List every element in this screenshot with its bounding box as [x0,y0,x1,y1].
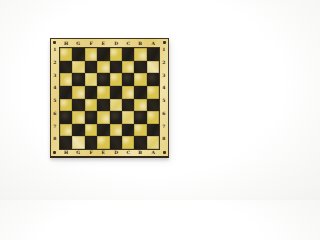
square-c1 [122,48,134,61]
square-d7 [110,124,122,137]
square-a5 [147,99,159,112]
frame-corner-mark [163,41,166,44]
square-c5 [122,99,134,112]
rank-label-4: 4 [53,86,56,97]
rank-label-2: 2 [53,60,56,71]
square-d1 [110,48,122,61]
file-label-h: H [61,150,72,155]
square-h7 [60,124,72,137]
square-b7 [134,124,146,137]
file-label-e: E [98,150,109,155]
square-a4 [147,86,159,99]
square-d8 [110,136,122,149]
square-f1 [85,48,97,61]
file-label-f: F [85,41,96,46]
rank-label-8: 8 [53,137,56,148]
square-e6 [97,111,109,124]
square-h6 [60,111,72,124]
file-label-g: G [73,150,84,155]
square-d6 [110,111,122,124]
rank-label-5: 5 [53,99,56,110]
square-c8 [122,136,134,149]
square-d4 [110,86,122,99]
frame-corner-mark [53,151,56,154]
rank-label-3: 3 [53,73,56,84]
square-e5 [97,99,109,112]
square-f4 [85,86,97,99]
square-g7 [72,124,84,137]
square-f3 [85,73,97,86]
rank-label-8: 8 [162,137,165,148]
square-b1 [134,48,146,61]
file-label-a: A [147,150,158,155]
rank-label-6: 6 [53,111,56,122]
file-label-a: A [147,41,158,46]
square-e1 [97,48,109,61]
square-b6 [134,111,146,124]
square-d5 [110,99,122,112]
rank-label-4: 4 [162,86,165,97]
square-b2 [134,61,146,74]
square-h4 [60,86,72,99]
square-g8 [72,136,84,149]
rank-label-3: 3 [162,73,165,84]
square-c3 [122,73,134,86]
rank-label-5: 5 [162,99,165,110]
square-h3 [60,73,72,86]
square-b8 [134,136,146,149]
file-label-c: C [122,41,133,46]
file-label-b: B [135,41,146,46]
file-label-g: G [73,41,84,46]
rank-label-7: 7 [162,124,165,135]
square-a1 [147,48,159,61]
file-label-f: F [85,150,96,155]
square-g2 [72,61,84,74]
square-f8 [85,136,97,149]
rank-label-2: 2 [162,60,165,71]
square-h2 [60,61,72,74]
square-g5 [72,99,84,112]
rank-label-1: 1 [162,48,165,59]
square-h5 [60,99,72,112]
file-label-d: D [110,150,121,155]
square-d2 [110,61,122,74]
rank-label-1: 1 [53,48,56,59]
square-c7 [122,124,134,137]
file-labels-bottom: HGFEDCBA [60,149,159,156]
rank-label-7: 7 [53,124,56,135]
square-b3 [134,73,146,86]
square-b4 [134,86,146,99]
file-label-e: E [98,41,109,46]
square-e7 [97,124,109,137]
file-label-c: C [122,150,133,155]
square-d3 [110,73,122,86]
square-f5 [85,99,97,112]
frame-corner-mark [163,151,166,154]
frame-corner-mark [53,41,56,44]
square-a3 [147,73,159,86]
square-f7 [85,124,97,137]
chess-board: HGFEDCBA HGFEDCBA 12345678 12345678 [50,38,169,158]
file-label-d: D [110,41,121,46]
square-a8 [147,136,159,149]
board-grid [59,47,160,150]
file-label-h: H [61,41,72,46]
rank-label-6: 6 [162,111,165,122]
square-c6 [122,111,134,124]
square-e4 [97,86,109,99]
square-f6 [85,111,97,124]
square-h8 [60,136,72,149]
square-g4 [72,86,84,99]
square-b5 [134,99,146,112]
square-g6 [72,111,84,124]
file-label-b: B [135,150,146,155]
square-a2 [147,61,159,74]
square-c4 [122,86,134,99]
rank-labels-right: 12345678 [160,47,168,149]
square-a6 [147,111,159,124]
square-e8 [97,136,109,149]
square-f2 [85,61,97,74]
square-e2 [97,61,109,74]
square-h1 [60,48,72,61]
square-a7 [147,124,159,137]
square-e3 [97,73,109,86]
square-c2 [122,61,134,74]
square-g3 [72,73,84,86]
square-g1 [72,48,84,61]
file-labels-top: HGFEDCBA [60,39,159,47]
rank-labels-left: 12345678 [51,47,59,149]
